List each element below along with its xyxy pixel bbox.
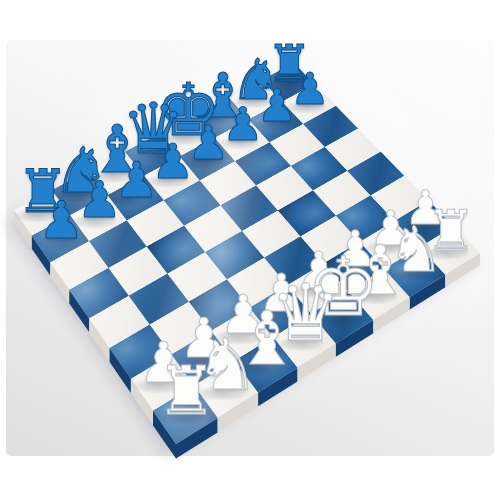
product-photo: ♜♞♟♝♟♚♟♛♟♝♟♞♟♜♟♟♟♟♜♟♞♟♝♟♚♟♛♟♝♟♞♜: [0, 0, 500, 500]
